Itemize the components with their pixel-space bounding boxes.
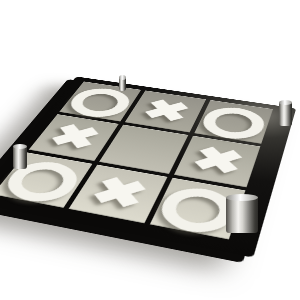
- chrome-foot-back: [119, 77, 126, 91]
- piece-o[interactable]: ◯: [201, 105, 267, 138]
- piece-x[interactable]: ✖: [187, 141, 248, 180]
- piece-x[interactable]: ✖: [84, 171, 154, 216]
- piece-x[interactable]: ✖: [137, 95, 195, 127]
- chrome-foot-front: [226, 197, 258, 233]
- chrome-foot-right: [279, 102, 292, 126]
- chrome-foot-left: [13, 146, 27, 169]
- piece-x[interactable]: ✖: [42, 119, 107, 155]
- photo-stage: ◯✖◯✖✖◯✖◯: [0, 0, 300, 300]
